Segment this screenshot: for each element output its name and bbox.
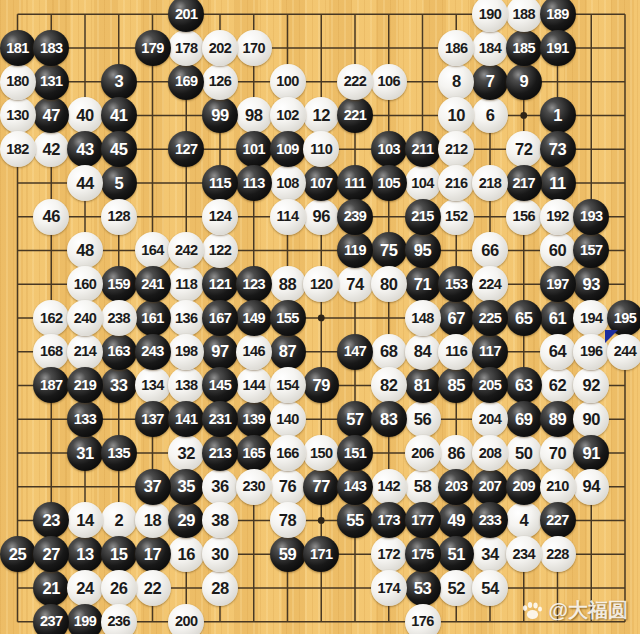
move-number: 167 <box>209 311 232 326</box>
move-number: 162 <box>40 311 63 326</box>
stone-white-192: 192 <box>540 199 576 235</box>
stone-black-59: 59 <box>270 536 306 572</box>
move-number: 94 <box>583 478 600 495</box>
stone-black-35: 35 <box>168 469 204 505</box>
move-number: 70 <box>549 445 566 462</box>
move-number: 169 <box>175 74 198 89</box>
move-number: 238 <box>107 311 130 326</box>
move-number: 67 <box>448 310 465 327</box>
stone-black-13: 13 <box>67 536 103 572</box>
stone-white-152: 152 <box>438 199 474 235</box>
move-number: 91 <box>583 445 600 462</box>
move-number: 12 <box>313 107 330 124</box>
stone-black-161: 161 <box>135 300 171 336</box>
stone-black-209: 209 <box>506 469 542 505</box>
stone-white-102: 102 <box>270 97 306 133</box>
move-number: 230 <box>242 479 265 494</box>
stone-black-71: 71 <box>405 266 441 302</box>
move-number: 127 <box>175 142 198 157</box>
stone-white-186: 186 <box>438 30 474 66</box>
stone-white-142: 142 <box>371 469 407 505</box>
move-number: 142 <box>377 479 400 494</box>
stone-black-121: 121 <box>202 266 238 302</box>
move-number: 179 <box>141 41 164 56</box>
stone-white-210: 210 <box>540 469 576 505</box>
stone-white-144: 144 <box>236 367 272 403</box>
stone-black-133: 133 <box>67 401 103 437</box>
stone-black-101: 101 <box>236 131 272 167</box>
move-number: 195 <box>614 311 637 326</box>
move-number: 82 <box>380 377 397 394</box>
move-number: 212 <box>445 142 468 157</box>
move-number: 23 <box>43 512 60 529</box>
move-number: 98 <box>245 107 262 124</box>
move-number: 218 <box>479 176 502 191</box>
stone-white-184: 184 <box>472 30 508 66</box>
stone-black-183: 183 <box>33 30 69 66</box>
stone-black-217: 217 <box>506 165 542 201</box>
move-number: 122 <box>209 243 232 258</box>
stone-black-151: 151 <box>337 435 373 471</box>
move-number: 227 <box>546 513 569 528</box>
stone-white-78: 78 <box>270 502 306 538</box>
stone-black-137: 137 <box>135 401 171 437</box>
move-number: 65 <box>515 310 532 327</box>
move-number: 155 <box>276 311 299 326</box>
stone-black-239: 239 <box>337 199 373 235</box>
stone-white-30: 30 <box>202 536 238 572</box>
move-number: 22 <box>144 580 161 597</box>
move-number: 166 <box>276 446 299 461</box>
move-number: 145 <box>209 378 232 393</box>
move-number: 149 <box>242 311 265 326</box>
move-number: 49 <box>448 512 465 529</box>
move-number: 71 <box>414 276 431 293</box>
stone-black-225: 225 <box>472 300 508 336</box>
stone-white-218: 218 <box>472 165 508 201</box>
stone-black-179: 179 <box>135 30 171 66</box>
stone-black-105: 105 <box>371 165 407 201</box>
stone-white-86: 86 <box>438 435 474 471</box>
move-number: 157 <box>580 243 603 258</box>
stone-black-37: 37 <box>135 469 171 505</box>
stone-white-36: 36 <box>202 469 238 505</box>
move-number: 17 <box>144 546 161 563</box>
move-number: 161 <box>141 311 164 326</box>
move-number: 105 <box>377 176 400 191</box>
move-number: 124 <box>209 209 232 224</box>
stone-white-172: 172 <box>371 536 407 572</box>
move-number: 116 <box>445 344 467 359</box>
move-number: 114 <box>277 209 299 224</box>
stone-black-199: 199 <box>67 604 103 634</box>
move-number: 66 <box>481 242 498 259</box>
move-number: 57 <box>346 411 363 428</box>
move-number: 119 <box>344 243 366 258</box>
move-number: 148 <box>411 311 434 326</box>
move-number: 30 <box>211 546 228 563</box>
stone-black-95: 95 <box>405 232 441 268</box>
move-number: 59 <box>279 546 296 563</box>
move-number: 198 <box>175 344 198 359</box>
move-number: 172 <box>377 547 400 562</box>
move-number: 130 <box>6 108 29 123</box>
stone-white-130: 130 <box>0 97 36 133</box>
move-number: 24 <box>76 580 93 597</box>
move-number: 44 <box>76 175 93 192</box>
stone-black-173: 173 <box>371 502 407 538</box>
stone-white-4: 4 <box>506 502 542 538</box>
move-number: 60 <box>549 242 566 259</box>
move-number: 188 <box>512 7 535 22</box>
move-number: 213 <box>209 446 232 461</box>
move-number: 131 <box>40 74 63 89</box>
stone-black-43: 43 <box>67 131 103 167</box>
stone-white-140: 140 <box>270 401 306 437</box>
move-number: 3 <box>114 73 123 90</box>
move-number: 52 <box>448 580 465 597</box>
stone-black-175: 175 <box>405 536 441 572</box>
move-number: 80 <box>380 276 397 293</box>
stone-white-124: 124 <box>202 199 238 235</box>
move-number: 1 <box>553 107 562 124</box>
move-number: 186 <box>445 41 468 56</box>
stone-black-7: 7 <box>472 64 508 100</box>
move-number: 191 <box>546 41 569 56</box>
move-number: 200 <box>175 614 198 629</box>
move-number: 176 <box>411 614 434 629</box>
stone-black-181: 181 <box>0 30 36 66</box>
stone-black-5: 5 <box>101 165 137 201</box>
move-number: 47 <box>43 107 60 124</box>
stone-black-81: 81 <box>405 367 441 403</box>
star-point <box>318 517 325 524</box>
stone-black-197: 197 <box>540 266 576 302</box>
stone-white-234: 234 <box>506 536 542 572</box>
stone-black-69: 69 <box>506 401 542 437</box>
move-number: 177 <box>411 513 434 528</box>
move-number: 74 <box>346 276 363 293</box>
stone-black-33: 33 <box>101 367 137 403</box>
move-number: 228 <box>546 547 569 562</box>
stone-black-169: 169 <box>168 64 204 100</box>
stone-white-88: 88 <box>270 266 306 302</box>
move-number: 16 <box>178 546 195 563</box>
stone-black-147: 147 <box>337 334 373 370</box>
stone-black-11: 11 <box>540 165 576 201</box>
move-number: 55 <box>346 512 363 529</box>
move-number: 90 <box>583 411 600 428</box>
move-number: 8 <box>452 73 461 90</box>
move-number: 87 <box>279 343 296 360</box>
move-number: 165 <box>242 446 265 461</box>
stone-white-126: 126 <box>202 64 238 100</box>
move-number: 153 <box>445 277 468 292</box>
move-number: 222 <box>344 74 367 89</box>
stone-black-107: 107 <box>303 165 339 201</box>
move-number: 69 <box>515 411 532 428</box>
move-number: 89 <box>549 411 566 428</box>
stone-black-139: 139 <box>236 401 272 437</box>
stone-white-146: 146 <box>236 334 272 370</box>
stone-black-89: 89 <box>540 401 576 437</box>
move-number: 15 <box>110 546 127 563</box>
move-number: 102 <box>276 108 299 123</box>
stone-black-211: 211 <box>405 131 441 167</box>
move-number: 139 <box>242 412 265 427</box>
stone-white-136: 136 <box>168 300 204 336</box>
move-number: 217 <box>512 176 535 191</box>
stone-black-191: 191 <box>540 30 576 66</box>
move-number: 216 <box>445 176 468 191</box>
move-number: 224 <box>479 277 502 292</box>
move-number: 196 <box>580 344 603 359</box>
move-number: 138 <box>175 378 198 393</box>
move-number: 205 <box>479 378 502 393</box>
last-move-marker <box>605 330 618 343</box>
move-number: 106 <box>377 74 400 89</box>
stone-white-100: 100 <box>270 64 306 100</box>
move-number: 10 <box>448 107 465 124</box>
stone-white-176: 176 <box>405 604 441 634</box>
move-number: 33 <box>110 377 127 394</box>
move-number: 35 <box>178 478 195 495</box>
stone-white-154: 154 <box>270 367 306 403</box>
watermark: @大福圆 <box>521 597 628 624</box>
move-number: 13 <box>76 546 93 563</box>
move-number: 236 <box>107 614 130 629</box>
move-number: 243 <box>141 344 164 359</box>
move-number: 73 <box>549 141 566 158</box>
stone-white-216: 216 <box>438 165 474 201</box>
stone-black-135: 135 <box>101 435 137 471</box>
move-number: 234 <box>512 547 535 562</box>
move-number: 225 <box>479 311 502 326</box>
stone-black-131: 131 <box>33 64 69 100</box>
stone-white-26: 26 <box>101 570 137 606</box>
move-number: 204 <box>479 412 502 427</box>
stone-white-174: 174 <box>371 570 407 606</box>
move-number: 62 <box>549 377 566 394</box>
move-number: 208 <box>479 446 502 461</box>
move-number: 209 <box>512 479 535 494</box>
move-number: 92 <box>583 377 600 394</box>
stone-black-243: 243 <box>135 334 171 370</box>
move-number: 128 <box>107 209 130 224</box>
stone-black-203: 203 <box>438 469 474 505</box>
move-number: 182 <box>6 142 29 157</box>
move-number: 75 <box>380 242 397 259</box>
move-number: 95 <box>414 242 431 259</box>
stone-black-115: 115 <box>202 165 238 201</box>
stone-black-143: 143 <box>337 469 373 505</box>
move-number: 115 <box>209 176 231 191</box>
move-number: 36 <box>211 478 228 495</box>
move-number: 93 <box>583 276 600 293</box>
move-number: 199 <box>74 614 97 629</box>
move-number: 163 <box>107 344 130 359</box>
stone-white-236: 236 <box>101 604 137 634</box>
stone-black-193: 193 <box>573 199 609 235</box>
move-number: 110 <box>310 142 332 157</box>
move-number: 184 <box>479 41 502 56</box>
move-number: 140 <box>276 412 299 427</box>
move-number: 237 <box>40 614 63 629</box>
stone-white-238: 238 <box>101 300 137 336</box>
stone-white-108: 108 <box>270 165 306 201</box>
stone-black-75: 75 <box>371 232 407 268</box>
move-number: 84 <box>414 343 431 360</box>
move-number: 117 <box>479 344 501 359</box>
move-number: 101 <box>242 142 265 157</box>
stone-white-32: 32 <box>168 435 204 471</box>
stone-black-149: 149 <box>236 300 272 336</box>
move-number: 239 <box>344 209 367 224</box>
move-number: 76 <box>279 478 296 495</box>
stone-black-53: 53 <box>405 570 441 606</box>
stone-black-159: 159 <box>101 266 137 302</box>
move-number: 86 <box>448 445 465 462</box>
stone-white-206: 206 <box>405 435 441 471</box>
stone-white-82: 82 <box>371 367 407 403</box>
move-number: 134 <box>141 378 164 393</box>
stone-white-28: 28 <box>202 570 238 606</box>
stone-white-148: 148 <box>405 300 441 336</box>
stone-black-41: 41 <box>101 97 137 133</box>
move-number: 32 <box>178 445 195 462</box>
stone-black-155: 155 <box>270 300 306 336</box>
stone-white-168: 168 <box>33 334 69 370</box>
stone-white-134: 134 <box>135 367 171 403</box>
stone-black-63: 63 <box>506 367 542 403</box>
move-number: 100 <box>276 74 299 89</box>
stone-black-91: 91 <box>573 435 609 471</box>
stone-black-231: 231 <box>202 401 238 437</box>
move-number: 173 <box>377 513 400 528</box>
move-number: 45 <box>110 141 127 158</box>
move-number: 215 <box>411 209 434 224</box>
move-number: 136 <box>175 311 198 326</box>
stone-white-34: 34 <box>472 536 508 572</box>
stone-white-18: 18 <box>135 502 171 538</box>
stone-white-60: 60 <box>540 232 576 268</box>
stone-white-196: 196 <box>573 334 609 370</box>
move-number: 5 <box>114 175 123 192</box>
stone-white-104: 104 <box>405 165 441 201</box>
stone-white-166: 166 <box>270 435 306 471</box>
move-number: 126 <box>209 74 232 89</box>
paw-icon <box>521 601 543 621</box>
stone-black-31: 31 <box>67 435 103 471</box>
stone-white-214: 214 <box>67 334 103 370</box>
stone-black-241: 241 <box>135 266 171 302</box>
move-number: 244 <box>614 344 637 359</box>
stone-black-113: 113 <box>236 165 272 201</box>
stone-black-21: 21 <box>33 570 69 606</box>
move-number: 40 <box>76 107 93 124</box>
move-number: 231 <box>209 412 232 427</box>
move-number: 53 <box>414 580 431 597</box>
move-number: 104 <box>411 176 434 191</box>
move-number: 48 <box>76 242 93 259</box>
stone-white-204: 204 <box>472 401 508 437</box>
stone-white-68: 68 <box>371 334 407 370</box>
move-number: 7 <box>486 73 495 90</box>
stone-white-64: 64 <box>540 334 576 370</box>
stone-white-230: 230 <box>236 469 272 505</box>
move-number: 241 <box>141 277 164 292</box>
stone-white-160: 160 <box>67 266 103 302</box>
stone-white-240: 240 <box>67 300 103 336</box>
stone-black-185: 185 <box>506 30 542 66</box>
move-number: 233 <box>479 513 502 528</box>
move-number: 137 <box>141 412 164 427</box>
stone-black-57: 57 <box>337 401 373 437</box>
move-number: 46 <box>43 208 60 225</box>
move-number: 183 <box>40 41 63 56</box>
stone-black-1: 1 <box>540 97 576 133</box>
move-number: 121 <box>209 277 232 292</box>
move-number: 54 <box>481 580 498 597</box>
move-number: 27 <box>43 546 60 563</box>
move-number: 240 <box>74 311 97 326</box>
move-number: 197 <box>546 277 569 292</box>
stone-white-76: 76 <box>270 469 306 505</box>
move-number: 152 <box>445 209 468 224</box>
move-number: 180 <box>6 74 29 89</box>
move-number: 79 <box>313 377 330 394</box>
move-number: 61 <box>549 310 566 327</box>
move-number: 103 <box>377 142 400 157</box>
stone-black-177: 177 <box>405 502 441 538</box>
move-number: 96 <box>313 208 330 225</box>
stone-white-170: 170 <box>236 30 272 66</box>
move-number: 170 <box>242 41 265 56</box>
move-number: 63 <box>515 377 532 394</box>
move-number: 190 <box>479 7 502 22</box>
stone-black-17: 17 <box>135 536 171 572</box>
move-number: 50 <box>515 445 532 462</box>
move-number: 111 <box>344 176 365 191</box>
stone-white-180: 180 <box>0 64 36 100</box>
stone-white-228: 228 <box>540 536 576 572</box>
watermark-text: @大福圆 <box>548 597 628 624</box>
move-number: 174 <box>377 581 400 596</box>
stone-white-208: 208 <box>472 435 508 471</box>
move-number: 144 <box>242 378 265 393</box>
move-number: 18 <box>144 512 161 529</box>
stone-black-87: 87 <box>270 334 306 370</box>
stone-white-44: 44 <box>67 165 103 201</box>
stone-white-80: 80 <box>371 266 407 302</box>
move-number: 28 <box>211 580 228 597</box>
move-number: 214 <box>74 344 97 359</box>
stone-white-198: 198 <box>168 334 204 370</box>
stone-white-84: 84 <box>405 334 441 370</box>
move-number: 118 <box>175 277 197 292</box>
move-number: 64 <box>549 343 566 360</box>
stone-black-25: 25 <box>0 536 36 572</box>
stone-black-73: 73 <box>540 131 576 167</box>
move-number: 6 <box>486 107 495 124</box>
stone-black-123: 123 <box>236 266 272 302</box>
move-number: 219 <box>74 378 97 393</box>
move-number: 203 <box>445 479 468 494</box>
move-number: 4 <box>519 512 528 529</box>
move-number: 193 <box>580 209 603 224</box>
stone-black-67: 67 <box>438 300 474 336</box>
move-number: 107 <box>310 176 333 191</box>
